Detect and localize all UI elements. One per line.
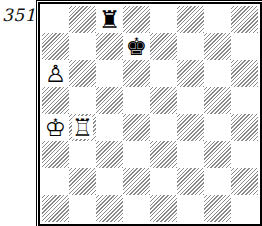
square-e2 (150, 168, 177, 195)
square-g6 (204, 60, 231, 87)
square-g3 (204, 141, 231, 168)
square-d1 (123, 195, 150, 222)
chess-board: ♜♚♙♔♖ (42, 6, 258, 222)
square-g8 (204, 6, 231, 33)
square-f5 (177, 87, 204, 114)
square-b1 (69, 195, 96, 222)
square-h6 (231, 60, 258, 87)
square-d3 (123, 141, 150, 168)
square-c4 (96, 114, 123, 141)
square-e3 (150, 141, 177, 168)
piece-white-pawn-a6: ♙ (42, 60, 69, 87)
square-f8 (177, 6, 204, 33)
square-e7 (150, 33, 177, 60)
square-a5 (42, 87, 69, 114)
square-g1 (204, 195, 231, 222)
square-f7 (177, 33, 204, 60)
square-h4 (231, 114, 258, 141)
square-c3 (96, 141, 123, 168)
square-b5 (69, 87, 96, 114)
square-c8: ♜ (96, 6, 123, 33)
chess-diagram-page: 351 ♜♚♙♔♖ (0, 0, 262, 226)
square-d2 (123, 168, 150, 195)
piece-black-king-d7: ♚ (123, 33, 150, 60)
square-a4: ♔ (42, 114, 69, 141)
square-g7 (204, 33, 231, 60)
square-d7: ♚ (123, 33, 150, 60)
square-f3 (177, 141, 204, 168)
square-g2 (204, 168, 231, 195)
square-e6 (150, 60, 177, 87)
square-b2 (69, 168, 96, 195)
square-b4: ♖ (69, 114, 96, 141)
piece-white-rook-b4: ♖ (69, 114, 96, 141)
square-e1 (150, 195, 177, 222)
square-e8 (150, 6, 177, 33)
square-e4 (150, 114, 177, 141)
square-b6 (69, 60, 96, 87)
square-c2 (96, 168, 123, 195)
square-f6 (177, 60, 204, 87)
square-h2 (231, 168, 258, 195)
piece-white-king-a4: ♔ (42, 114, 69, 141)
square-e5 (150, 87, 177, 114)
square-a1 (42, 195, 69, 222)
piece-black-rook-c8: ♜ (96, 6, 123, 33)
square-b3 (69, 141, 96, 168)
chess-board-frame: ♜♚♙♔♖ (38, 2, 262, 226)
square-a7 (42, 33, 69, 60)
square-g5 (204, 87, 231, 114)
square-c5 (96, 87, 123, 114)
square-d4 (123, 114, 150, 141)
square-h3 (231, 141, 258, 168)
square-c1 (96, 195, 123, 222)
square-b8 (69, 6, 96, 33)
square-h7 (231, 33, 258, 60)
square-h8 (231, 6, 258, 33)
square-f1 (177, 195, 204, 222)
square-h1 (231, 195, 258, 222)
square-a3 (42, 141, 69, 168)
square-f4 (177, 114, 204, 141)
square-f2 (177, 168, 204, 195)
square-h5 (231, 87, 258, 114)
square-g4 (204, 114, 231, 141)
square-b7 (69, 33, 96, 60)
square-d8 (123, 6, 150, 33)
square-a2 (42, 168, 69, 195)
square-d5 (123, 87, 150, 114)
square-c7 (96, 33, 123, 60)
square-c6 (96, 60, 123, 87)
diagram-number: 351 (2, 5, 36, 25)
square-d6 (123, 60, 150, 87)
square-a6: ♙ (42, 60, 69, 87)
square-a8 (42, 6, 69, 33)
